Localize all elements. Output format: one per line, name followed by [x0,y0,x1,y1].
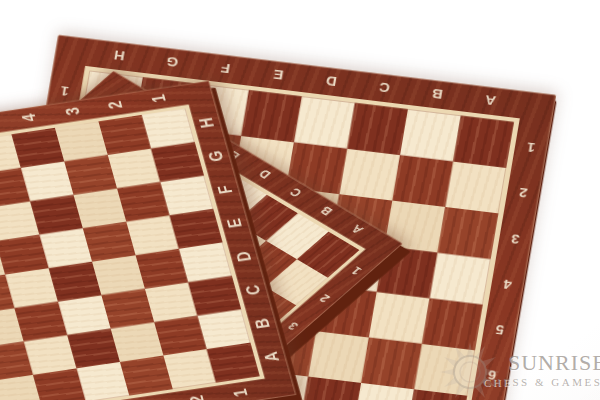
back-square-a5 [422,298,483,350]
back-square-a6 [414,344,475,396]
back-square-a3 [437,207,498,259]
back-square-a2 [445,161,506,213]
back-square-b6 [361,337,422,389]
back-square-c2 [339,149,400,201]
back-square-e1 [241,90,302,142]
front-square-a1 [207,343,260,383]
watermark-brand-text: SUNRISE [508,350,600,376]
back-square-b2 [392,155,453,207]
front-square-f1 [160,175,213,215]
front-square-c1 [188,276,241,316]
back-square-c1 [347,103,408,155]
back-square-b1 [400,109,461,161]
back-square-a4 [430,253,491,305]
back-square-c6 [308,331,369,383]
front-square-e1 [170,209,223,249]
front-square-g1 [151,142,204,182]
back-square-d1 [294,97,355,149]
back-square-b5 [369,292,430,344]
front-square-b1 [198,309,251,349]
product-photo-scene: ABCDEFGHABCDEFGH8765432187654321ABCDEFGH… [0,0,600,400]
front-square-h1 [142,108,195,148]
front-square-d1 [179,242,232,282]
back-square-a1 [453,116,514,168]
